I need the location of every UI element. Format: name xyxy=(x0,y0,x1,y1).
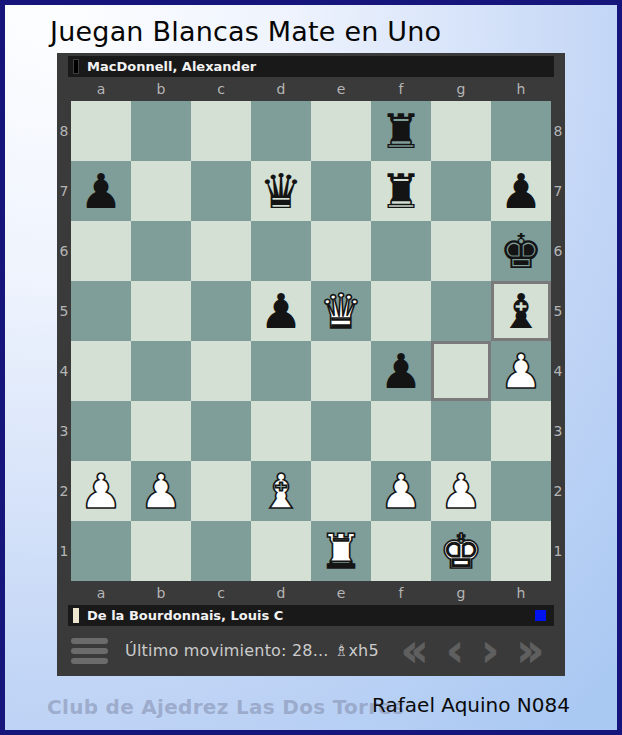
square-c5[interactable] xyxy=(191,281,251,341)
square-a7[interactable]: ♟ xyxy=(71,161,131,221)
square-c6[interactable] xyxy=(191,221,251,281)
white-pawn: ♟ xyxy=(499,341,542,401)
last-move-text: Último movimiento: 28... ♗xh5 xyxy=(125,641,379,660)
file-label-e: e xyxy=(311,581,371,605)
page-title: Juegan Blancas Mate en Uno xyxy=(50,16,617,47)
square-b6[interactable] xyxy=(131,221,191,281)
square-g5[interactable] xyxy=(431,281,491,341)
rank-label-7: 7 xyxy=(57,161,71,221)
square-h6[interactable]: ♚ xyxy=(491,221,551,281)
file-label-a: a xyxy=(71,581,131,605)
rank-label-2: 2 xyxy=(57,461,71,521)
rank-label-5: 5 xyxy=(57,281,71,341)
square-h7[interactable]: ♟ xyxy=(491,161,551,221)
move-navigation: «‹›» xyxy=(396,634,549,668)
square-b2[interactable]: ♟ xyxy=(131,461,191,521)
square-e6[interactable] xyxy=(311,221,371,281)
white-rook: ♜ xyxy=(319,521,362,581)
file-label-e: e xyxy=(311,77,371,101)
square-d6[interactable] xyxy=(251,221,311,281)
rank-labels-right: 87654321 xyxy=(551,101,565,581)
square-h2[interactable] xyxy=(491,461,551,521)
square-c4[interactable] xyxy=(191,341,251,401)
square-f2[interactable]: ♟ xyxy=(371,461,431,521)
square-d2[interactable]: ♝ xyxy=(251,461,311,521)
square-d3[interactable] xyxy=(251,401,311,461)
rank-label-1: 1 xyxy=(551,521,565,581)
rank-label-6: 6 xyxy=(57,221,71,281)
square-b7[interactable] xyxy=(131,161,191,221)
square-b4[interactable] xyxy=(131,341,191,401)
next-move-button[interactable]: › xyxy=(477,634,504,668)
black-pawn: ♟ xyxy=(259,281,302,341)
square-e2[interactable] xyxy=(311,461,371,521)
last-move-button[interactable]: » xyxy=(512,634,549,668)
square-d1[interactable] xyxy=(251,521,311,581)
prev-move-button[interactable]: ‹ xyxy=(441,634,468,668)
white-king: ♚ xyxy=(439,521,482,581)
square-c2[interactable] xyxy=(191,461,251,521)
square-e8[interactable] xyxy=(311,101,371,161)
rank-label-7: 7 xyxy=(551,161,565,221)
file-label-h: h xyxy=(491,77,551,101)
rank-label-6: 6 xyxy=(551,221,565,281)
square-f7[interactable]: ♜ xyxy=(371,161,431,221)
author-credit: Rafael Aquino N084 xyxy=(372,693,570,717)
square-c3[interactable] xyxy=(191,401,251,461)
square-b1[interactable] xyxy=(131,521,191,581)
square-c7[interactable] xyxy=(191,161,251,221)
square-d7[interactable]: ♛ xyxy=(251,161,311,221)
black-pawn: ♟ xyxy=(79,161,122,221)
square-e3[interactable] xyxy=(311,401,371,461)
turn-indicator xyxy=(535,610,546,621)
rank-label-8: 8 xyxy=(57,101,71,161)
square-g6[interactable] xyxy=(431,221,491,281)
player-name-top: MacDonnell, Alexander xyxy=(87,59,256,74)
rank-label-4: 4 xyxy=(551,341,565,401)
square-f5[interactable] xyxy=(371,281,431,341)
square-a1[interactable] xyxy=(71,521,131,581)
first-move-button[interactable]: « xyxy=(396,634,433,668)
square-f6[interactable] xyxy=(371,221,431,281)
black-rook: ♜ xyxy=(379,101,422,161)
square-f3[interactable] xyxy=(371,401,431,461)
rank-label-3: 3 xyxy=(551,401,565,461)
square-a4[interactable] xyxy=(71,341,131,401)
rank-label-5: 5 xyxy=(551,281,565,341)
square-h3[interactable] xyxy=(491,401,551,461)
player-name-bottom: De la Bourdonnais, Louis C xyxy=(87,608,283,623)
rank-labels-left: 87654321 xyxy=(57,101,71,581)
black-side-indicator xyxy=(73,59,79,74)
square-b5[interactable] xyxy=(131,281,191,341)
square-h5[interactable]: ♝ xyxy=(491,281,551,341)
board-strip: 87654321 ♜♟♛♜♟♚♟♛♝♟♟♟♟♝♟♟♜♚ 87654321 xyxy=(57,101,565,581)
square-g2[interactable]: ♟ xyxy=(431,461,491,521)
file-label-h: h xyxy=(491,581,551,605)
square-f8[interactable]: ♜ xyxy=(371,101,431,161)
white-pawn: ♟ xyxy=(79,461,122,521)
file-label-a: a xyxy=(71,77,131,101)
club-watermark: Club de Ajedrez Las Dos Torres xyxy=(47,695,404,719)
file-label-g: g xyxy=(431,581,491,605)
controls-bar: Último movimiento: 28... ♗xh5 «‹›» xyxy=(57,626,565,675)
square-c8[interactable] xyxy=(191,101,251,161)
file-label-g: g xyxy=(431,77,491,101)
square-e1[interactable]: ♜ xyxy=(311,521,371,581)
square-b3[interactable] xyxy=(131,401,191,461)
black-rook: ♜ xyxy=(379,161,422,221)
white-pawn: ♟ xyxy=(139,461,182,521)
file-label-c: c xyxy=(191,581,251,605)
black-king: ♚ xyxy=(499,221,542,281)
square-h1[interactable] xyxy=(491,521,551,581)
square-a8[interactable] xyxy=(71,101,131,161)
square-f4[interactable]: ♟ xyxy=(371,341,431,401)
square-d8[interactable] xyxy=(251,101,311,161)
black-queen: ♛ xyxy=(259,161,302,221)
rank-label-1: 1 xyxy=(57,521,71,581)
square-f1[interactable] xyxy=(371,521,431,581)
black-pawn: ♟ xyxy=(379,341,422,401)
rank-label-3: 3 xyxy=(57,401,71,461)
white-queen: ♛ xyxy=(319,281,362,341)
black-bishop: ♝ xyxy=(499,281,542,341)
square-g3[interactable] xyxy=(431,401,491,461)
white-side-indicator xyxy=(73,608,79,623)
white-pawn: ♟ xyxy=(439,461,482,521)
chess-board: ♜♟♛♜♟♚♟♛♝♟♟♟♟♝♟♟♜♚ xyxy=(71,101,551,581)
file-label-d: d xyxy=(251,77,311,101)
square-e5[interactable]: ♛ xyxy=(311,281,371,341)
file-label-f: f xyxy=(371,77,431,101)
square-d4[interactable] xyxy=(251,341,311,401)
rank-label-4: 4 xyxy=(57,341,71,401)
file-label-b: b xyxy=(131,581,191,605)
square-a3[interactable] xyxy=(71,401,131,461)
rank-label-2: 2 xyxy=(551,461,565,521)
file-label-f: f xyxy=(371,581,431,605)
player-bar-bottom: De la Bourdonnais, Louis C xyxy=(68,605,554,626)
square-g4[interactable] xyxy=(431,341,491,401)
black-pawn: ♟ xyxy=(499,161,542,221)
player-bar-top: MacDonnell, Alexander xyxy=(68,56,554,77)
file-labels-top: abcdefgh xyxy=(71,77,565,101)
square-e7[interactable] xyxy=(311,161,371,221)
square-g1[interactable]: ♚ xyxy=(431,521,491,581)
file-label-c: c xyxy=(191,77,251,101)
square-d5[interactable]: ♟ xyxy=(251,281,311,341)
square-g7[interactable] xyxy=(431,161,491,221)
chess-panel: MacDonnell, Alexander abcdefgh 87654321 … xyxy=(57,53,565,676)
hamburger-icon[interactable] xyxy=(71,638,108,664)
file-label-b: b xyxy=(131,77,191,101)
file-label-d: d xyxy=(251,581,311,605)
square-a2[interactable]: ♟ xyxy=(71,461,131,521)
square-e4[interactable] xyxy=(311,341,371,401)
square-h4[interactable]: ♟ xyxy=(491,341,551,401)
square-c1[interactable] xyxy=(191,521,251,581)
square-b8[interactable] xyxy=(131,101,191,161)
square-a5[interactable] xyxy=(71,281,131,341)
rank-label-8: 8 xyxy=(551,101,565,161)
white-bishop: ♝ xyxy=(259,461,302,521)
white-pawn: ♟ xyxy=(379,461,422,521)
file-labels-bottom: abcdefgh xyxy=(71,581,565,605)
square-h8[interactable] xyxy=(491,101,551,161)
square-g8[interactable] xyxy=(431,101,491,161)
square-a6[interactable] xyxy=(71,221,131,281)
